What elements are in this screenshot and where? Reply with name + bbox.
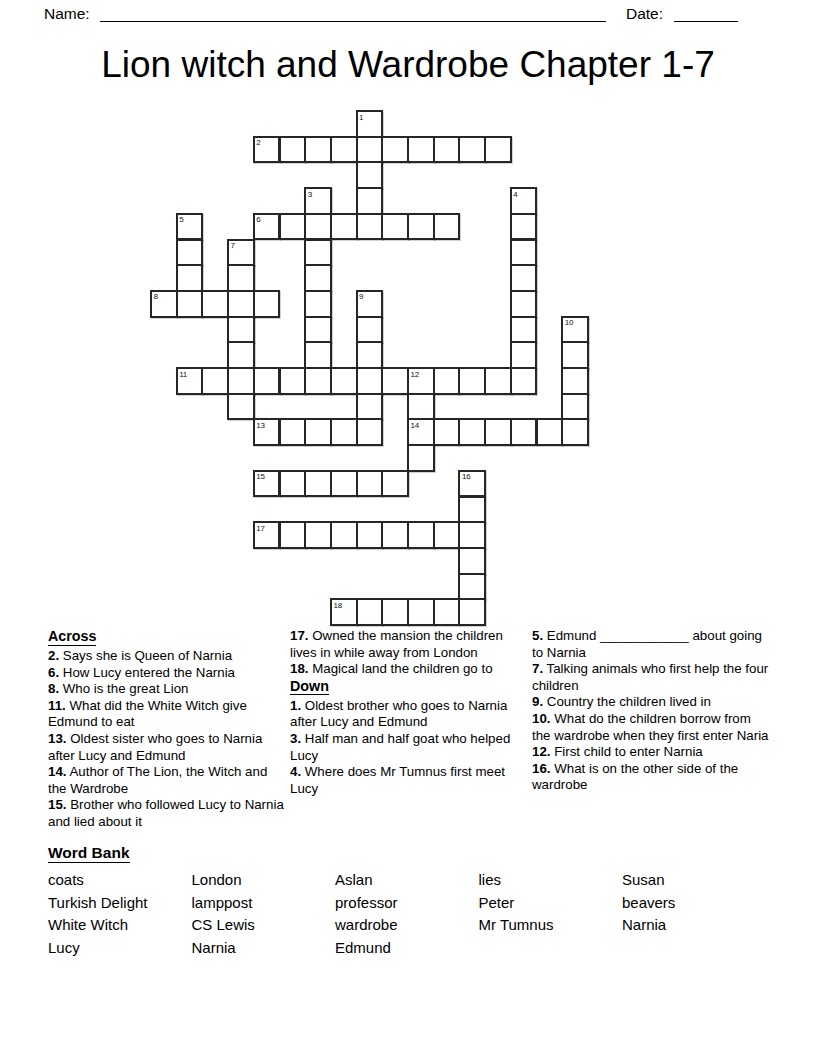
grid-cell[interactable] [484,367,512,395]
grid-cell[interactable] [458,547,486,575]
word-bank-column: liesPeterMr Tumnus [479,869,622,937]
grid-cell[interactable] [356,136,384,164]
clues-section: Across2. Says she is Queen of Narnia6. H… [48,628,770,828]
clue: 11. What did the White Witch give Edmund… [48,698,285,731]
grid-cell[interactable] [253,290,281,318]
clue: 8. Who is the great Lion [48,681,285,698]
grid-cell[interactable] [304,316,332,344]
word-bank-word: Narnia [622,914,765,937]
grid-cell[interactable] [330,367,358,395]
grid-cell[interactable] [227,367,255,395]
word-bank-word: coats [48,869,191,892]
grid-cell[interactable] [304,239,332,267]
grid-cell[interactable] [458,598,486,626]
grid-cell[interactable] [201,290,229,318]
clue-column: 17. Owned the mansion the children lives… [290,628,527,797]
grid-cell[interactable] [433,136,461,164]
grid-cell[interactable] [356,187,384,215]
clue-number-label: 15. [48,797,67,812]
grid-cell[interactable] [304,290,332,318]
grid-cell[interactable]: 6 [253,213,281,241]
clue-number-label: 16. [532,761,551,776]
grid-cell[interactable]: 16 [458,470,486,498]
grid-cell[interactable] [330,521,358,549]
grid-cell[interactable] [227,393,255,421]
grid-cell[interactable] [176,239,204,267]
clue-number-label: 7. [532,661,543,676]
clue-number-label: 12. [532,744,551,759]
clue-number: 7 [231,241,235,250]
grid-cell[interactable]: 4 [510,187,538,215]
grid-cell[interactable] [356,213,384,241]
grid-cell[interactable] [356,598,384,626]
grid-cell[interactable] [381,367,409,395]
clue: 2. Says she is Queen of Narnia [48,648,285,665]
worksheet-page: { "game": "crossword", "title": "Lion wi… [0,0,816,1056]
grid-cell[interactable] [356,418,384,446]
clue-number: 10 [565,318,574,327]
clue-number: 3 [308,190,312,199]
grid-cell[interactable] [227,264,255,292]
grid-cell[interactable] [407,444,435,472]
word-bank-word: professor [335,892,478,915]
grid-cell[interactable]: 9 [356,290,384,318]
grid-cell[interactable]: 2 [253,136,281,164]
word-bank-word: lamppost [192,892,335,915]
name-label: Name: [44,5,90,23]
crossword-grid: 123456789101112131415161718 [150,110,590,627]
grid-cell[interactable] [484,136,512,164]
clue-number: 8 [154,292,158,301]
clue: 14. Author of The Lion, the Witch and th… [48,764,285,797]
clue-number: 5 [179,215,183,224]
clue: 7. Talking animals who first help the fo… [532,661,769,694]
grid-cell[interactable] [458,573,486,601]
grid-cell[interactable] [201,367,229,395]
grid-cell[interactable] [484,418,512,446]
word-bank-column: LondonlamppostCS LewisNarnia [192,869,335,959]
grid-cell[interactable]: 8 [150,290,178,318]
grid-cell[interactable] [510,290,538,318]
word-bank-word: Turkish Delight [48,892,191,915]
grid-cell[interactable] [510,316,538,344]
grid-cell[interactable] [510,418,538,446]
grid-cell[interactable]: 15 [253,470,281,498]
clue: 10. What do the children borrow from the… [532,711,769,744]
clue-number: 13 [256,421,265,430]
grid-cell[interactable]: 12 [407,367,435,395]
grid-cell[interactable] [407,521,435,549]
clue: 17. Owned the mansion the children lives… [290,628,527,661]
clue-number-label: 14. [48,764,67,779]
clue-column: Across2. Says she is Queen of Narnia6. H… [48,628,285,831]
grid-cell[interactable] [510,239,538,267]
clue-number-label: 3. [290,731,301,746]
clue-number-label: 17. [290,628,309,643]
grid-cell[interactable] [510,367,538,395]
clue-number-label: 5. [532,628,543,643]
grid-cell[interactable]: 14 [407,418,435,446]
word-bank-column: SusanbeaversNarnia [622,869,765,937]
clue-number-label: 11. [48,698,66,713]
grid-cell[interactable] [458,521,486,549]
clue: 4. Where does Mr Tumnus first meet Lucy [290,764,527,797]
grid-cell[interactable]: 1 [356,110,384,138]
grid-cell[interactable] [304,418,332,446]
grid-cell[interactable] [330,136,358,164]
clue: 5. Edmund ____________ about going to Na… [532,628,769,661]
clue-number: 14 [411,421,420,430]
clue-column: 5. Edmund ____________ about going to Na… [532,628,769,794]
clue-number: 6 [256,215,260,224]
word-bank-heading: Word Bank [48,844,770,862]
grid-cell[interactable]: 3 [304,187,332,215]
grid-cell[interactable] [433,367,461,395]
grid-cell[interactable] [304,470,332,498]
grid-cell[interactable] [381,213,409,241]
clue-number-label: 2. [48,648,59,663]
grid-cell[interactable] [279,367,307,395]
clue: 13. Oldest sister who goes to Narnia aft… [48,731,285,764]
grid-cell[interactable] [433,521,461,549]
clue: 15. Brother who followed Lucy to Narnia … [48,797,285,830]
clue-number: 1 [359,113,363,122]
grid-cell[interactable]: 18 [330,598,358,626]
grid-cell[interactable] [561,341,589,369]
grid-cell[interactable] [561,418,589,446]
grid-cell[interactable] [176,264,204,292]
word-bank-column: AslanprofessorwardrobeEdmund [335,869,478,959]
grid-cell[interactable] [330,213,358,241]
grid-cell[interactable] [356,341,384,369]
date-label: Date: [626,5,663,23]
clue-number-label: 4. [290,764,301,779]
clue-number-label: 18. [290,661,309,676]
word-bank-word: Susan [622,869,765,892]
grid-cell[interactable] [227,341,255,369]
clue-number-label: 13. [48,731,67,746]
grid-cell[interactable] [407,598,435,626]
grid-cell[interactable] [304,367,332,395]
clue-number: 11 [179,370,187,379]
clue: 1. Oldest brother who goes to Narnia aft… [290,698,527,731]
clue: 3. Half man and half goat who helped Luc… [290,731,527,764]
clue-number-label: 10. [532,711,551,726]
clue-number: 18 [333,601,342,610]
grid-cell[interactable] [304,521,332,549]
grid-cell[interactable] [458,418,486,446]
grid-cell[interactable] [356,316,384,344]
clue-number: 12 [411,370,420,379]
word-bank-section: Word Bank coatsTurkish DelightWhite Witc… [48,844,770,869]
grid-cell[interactable] [304,264,332,292]
clue-list-heading: Across [48,628,285,645]
grid-cell[interactable] [458,136,486,164]
page-title: Lion witch and Wardrobe Chapter 1-7 [0,44,816,86]
grid-cell[interactable] [356,521,384,549]
grid-cell[interactable]: 10 [561,316,589,344]
clue-number: 4 [513,190,517,199]
grid-cell[interactable] [356,393,384,421]
clue-number-label: 8. [48,681,59,696]
grid-cell[interactable] [279,521,307,549]
clue: 9. Country the children lived in [532,694,769,711]
grid-cell[interactable] [279,418,307,446]
clue-number: 16 [462,472,471,481]
grid-cell[interactable]: 17 [253,521,281,549]
grid-cell[interactable] [304,136,332,164]
word-bank-word: beavers [622,892,765,915]
clue: 18. Magical land the children go to [290,661,527,678]
grid-cell[interactable] [381,521,409,549]
word-bank-word: Aslan [335,869,478,892]
grid-cell[interactable] [433,418,461,446]
grid-cell[interactable]: 11 [176,367,204,395]
grid-cell[interactable]: 7 [227,239,255,267]
clue-number-label: 9. [532,694,543,709]
grid-cell[interactable] [356,367,384,395]
grid-cell[interactable] [381,470,409,498]
grid-cell[interactable] [433,598,461,626]
word-bank-word: Edmund [335,937,478,960]
word-bank-word: lies [479,869,622,892]
grid-cell[interactable] [304,341,332,369]
grid-cell[interactable] [279,470,307,498]
grid-cell[interactable] [510,341,538,369]
grid-cell[interactable] [330,470,358,498]
date-input-line[interactable] [674,6,738,22]
grid-cell[interactable] [536,418,564,446]
grid-cell[interactable] [458,367,486,395]
clue: 6. How Lucy entered the Narnia [48,665,285,682]
clue-number: 17 [256,524,265,533]
name-input-line[interactable] [100,6,606,22]
grid-cell[interactable] [407,393,435,421]
grid-cell[interactable]: 5 [176,213,204,241]
word-bank-word: White Witch [48,914,191,937]
grid-cell[interactable] [176,290,204,318]
word-bank-column: coatsTurkish DelightWhite WitchLucy [48,869,191,959]
grid-cell[interactable] [407,213,435,241]
word-bank-word: CS Lewis [192,914,335,937]
clue-number-label: 1. [290,698,301,713]
grid-cell[interactable]: 13 [253,418,281,446]
word-bank-word: London [192,869,335,892]
grid-cell[interactable] [561,393,589,421]
clue-number-label: 6. [48,665,59,680]
clue: 12. First child to enter Narnia [532,744,769,761]
word-bank-word: Peter [479,892,622,915]
word-bank-word: Mr Tumnus [479,914,622,937]
word-bank-word: wardrobe [335,914,478,937]
grid-cell[interactable] [381,598,409,626]
word-bank-word: Narnia [192,937,335,960]
grid-cell[interactable] [510,213,538,241]
grid-cell[interactable] [458,496,486,524]
grid-cell[interactable] [279,136,307,164]
grid-cell[interactable] [330,418,358,446]
clue-list-heading: Down [290,678,527,695]
grid-cell[interactable] [407,136,435,164]
grid-cell[interactable] [356,470,384,498]
grid-cell[interactable] [304,213,332,241]
clue-number: 2 [256,138,260,147]
clue: 16. What is on the other side of the war… [532,761,769,794]
grid-cell[interactable] [356,161,384,189]
grid-cell[interactable] [227,316,255,344]
grid-cell[interactable] [227,290,255,318]
word-bank-word: Lucy [48,937,191,960]
grid-cell[interactable] [510,264,538,292]
grid-cell[interactable] [381,136,409,164]
grid-cell[interactable] [279,213,307,241]
grid-cell[interactable] [433,213,461,241]
grid-cell[interactable] [561,367,589,395]
clue-number: 15 [256,472,265,481]
clue-number: 9 [359,292,363,301]
grid-cell[interactable] [253,367,281,395]
